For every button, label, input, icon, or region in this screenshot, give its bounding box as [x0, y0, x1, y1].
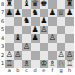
square-e4[interactable] [40, 34, 49, 43]
square-f3[interactable] [48, 43, 57, 52]
square-g4[interactable] [57, 34, 66, 43]
black-piece-p-b7: ♟ [14, 8, 21, 16]
square-d1[interactable] [31, 60, 40, 69]
square-h5[interactable] [65, 26, 74, 35]
square-e1[interactable]: ♔ [40, 60, 49, 69]
file-label-f: f [48, 68, 57, 75]
square-a4[interactable] [5, 34, 14, 43]
black-piece-n-d7: ♞ [32, 8, 39, 16]
black-piece-n-c6: ♞ [23, 17, 30, 25]
square-a1[interactable]: ♖ [5, 60, 14, 69]
square-h1[interactable]: ♖ [65, 60, 74, 69]
square-c1[interactable]: ♗ [22, 60, 31, 69]
square-g1[interactable]: ♘ [57, 60, 66, 69]
square-c3[interactable]: ♙ [22, 43, 31, 52]
file-label-h: h [65, 68, 74, 75]
square-b2[interactable]: ♙ [14, 51, 23, 60]
square-d4[interactable]: ♟ [31, 34, 40, 43]
square-h4[interactable] [65, 34, 74, 43]
file-label-c: c [22, 68, 31, 75]
square-h7[interactable]: ♟ [65, 9, 74, 18]
white-piece-n-g1: ♘ [57, 59, 64, 67]
square-d2[interactable] [31, 51, 40, 60]
square-b4[interactable]: ♝ [14, 34, 23, 43]
file-label-b: b [14, 68, 23, 75]
file-labels: abcdefgh [5, 68, 74, 75]
square-g6[interactable] [57, 17, 66, 26]
black-piece-b-c8: ♝ [23, 0, 30, 8]
file-label-d: d [31, 68, 40, 75]
square-g5[interactable] [57, 26, 66, 35]
square-f4[interactable]: ♙ [48, 34, 57, 43]
white-piece-p-f4: ♙ [49, 34, 56, 42]
square-a5[interactable] [5, 26, 14, 35]
square-e8[interactable]: ♚ [40, 0, 49, 9]
black-piece-p-f7: ♟ [49, 8, 56, 16]
chess-board-diagram: 87654321 ♜♝♛♚♜♟♟♞♟♕♟♞♟♟♙♝♟♙♙♙♙♙♙♖♗♔♗♘♖ a… [0, 0, 75, 75]
square-h6[interactable] [65, 17, 74, 26]
square-f7[interactable]: ♟ [48, 9, 57, 18]
square-c8[interactable]: ♝ [22, 0, 31, 9]
square-b1[interactable] [14, 60, 23, 69]
file-label-e: e [40, 68, 49, 75]
square-e3[interactable] [40, 43, 49, 52]
square-a7[interactable]: ♟ [5, 9, 14, 18]
white-piece-r-a1: ♖ [6, 59, 13, 67]
black-piece-p-d4: ♟ [32, 34, 39, 42]
square-e5[interactable]: ♙ [40, 26, 49, 35]
white-piece-q-g7: ♕ [57, 8, 64, 16]
white-piece-b-c1: ♗ [23, 59, 30, 67]
square-g7[interactable]: ♕ [57, 9, 66, 18]
square-b7[interactable]: ♟ [14, 9, 23, 18]
square-c6[interactable]: ♞ [22, 17, 31, 26]
black-piece-b-b4: ♝ [14, 34, 21, 42]
square-b6[interactable] [14, 17, 23, 26]
white-piece-k-e1: ♔ [40, 59, 47, 67]
black-piece-k-e8: ♚ [40, 0, 47, 8]
white-piece-r-h1: ♖ [66, 59, 73, 67]
square-c5[interactable] [22, 26, 31, 35]
file-label-g: g [57, 68, 66, 75]
square-d3[interactable] [31, 43, 40, 52]
white-piece-p-b2: ♙ [14, 51, 21, 59]
square-a6[interactable] [5, 17, 14, 26]
chess-board: ♜♝♛♚♜♟♟♞♟♕♟♞♟♟♙♝♟♙♙♙♙♙♙♖♗♔♗♘♖ [5, 0, 74, 68]
file-label-a: a [5, 68, 14, 75]
square-f6[interactable] [48, 17, 57, 26]
black-piece-p-a7: ♟ [6, 8, 13, 16]
white-piece-b-f1: ♗ [49, 59, 56, 67]
black-piece-p-h7: ♟ [66, 8, 73, 16]
square-f1[interactable]: ♗ [48, 60, 57, 69]
white-piece-p-c3: ♙ [23, 42, 30, 50]
white-piece-p-e5: ♙ [40, 25, 47, 33]
square-d7[interactable]: ♞ [31, 9, 40, 18]
